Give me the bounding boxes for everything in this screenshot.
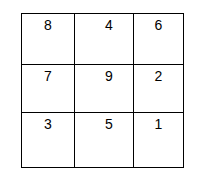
grid-cell-r3c1: 3 [22, 113, 75, 167]
grid-cell-r2c2: 9 [75, 65, 134, 113]
cell-value: 3 [44, 116, 52, 132]
page: 8 4 6 7 9 2 3 5 1 [0, 0, 202, 181]
grid-cell-r2c3: 2 [134, 65, 183, 113]
cell-value: 5 [105, 116, 113, 132]
grid-cell-r2c1: 7 [22, 65, 75, 113]
grid-cell-r1c2: 4 [75, 14, 134, 65]
grid-cell-r1c3: 6 [134, 14, 183, 65]
cell-value: 6 [155, 17, 163, 33]
cell-value: 4 [105, 17, 113, 33]
cell-value: 9 [105, 68, 113, 84]
grid-cell-r3c2: 5 [75, 113, 134, 167]
cell-value: 2 [155, 68, 163, 84]
cell-value: 8 [44, 17, 52, 33]
grid-cell-r3c3: 1 [134, 113, 183, 167]
cell-value: 7 [44, 68, 52, 84]
puzzle-grid: 8 4 6 7 9 2 3 5 1 [21, 13, 184, 168]
cell-value: 1 [155, 116, 163, 132]
grid-cell-r1c1: 8 [22, 14, 75, 65]
